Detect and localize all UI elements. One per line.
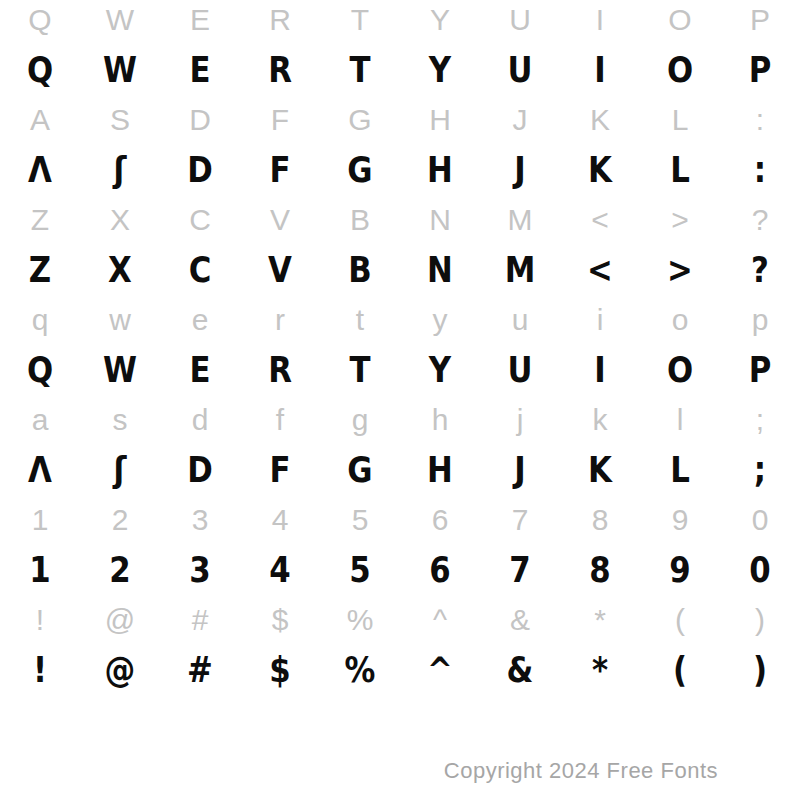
- glyph-cell: C: [160, 205, 240, 235]
- specimen-row-7: !@#$%^&*(): [0, 640, 800, 700]
- glyph-cell: 3: [160, 505, 240, 535]
- glyph-cell: 8: [565, 553, 635, 588]
- glyph-cell: P: [720, 5, 800, 35]
- glyph-cell: M: [485, 253, 555, 288]
- glyph-cell: 6: [400, 505, 480, 535]
- glyph-cell: w: [80, 305, 160, 335]
- glyph-cell: 0: [725, 553, 795, 588]
- glyph-cell: ): [720, 605, 800, 635]
- glyph-cell: S: [80, 105, 160, 135]
- glyph-cell: K: [565, 153, 635, 188]
- glyph-cell: l: [640, 405, 720, 435]
- glyph-cell: T: [325, 53, 395, 88]
- glyph-cell: #: [160, 605, 240, 635]
- glyph-cell: ʃ: [85, 153, 155, 188]
- glyph-cell: O: [640, 5, 720, 35]
- glyph-cell: @: [80, 605, 160, 635]
- glyph-cell: >: [645, 253, 715, 288]
- character-grid: QWERTYUIOPQWERTYUIOPASDFGHJKL:ɅʃDFGHJKL:…: [0, 0, 800, 700]
- glyph-cell: 5: [320, 505, 400, 535]
- copyright-text: Copyright 2024 Free Fonts: [444, 758, 718, 784]
- glyph-cell: o: [640, 305, 720, 335]
- glyph-cell: ?: [720, 205, 800, 235]
- reference-row-2: ASDFGHJKL:: [0, 100, 800, 140]
- glyph-cell: L: [645, 453, 715, 488]
- glyph-cell: P: [725, 53, 795, 88]
- glyph-cell: ): [725, 653, 795, 688]
- glyph-cell: %: [325, 653, 395, 688]
- glyph-cell: 4: [240, 505, 320, 535]
- glyph-cell: h: [400, 405, 480, 435]
- glyph-cell: U: [485, 353, 555, 388]
- glyph-cell: <: [565, 253, 635, 288]
- glyph-cell: R: [245, 353, 315, 388]
- glyph-cell: 7: [480, 505, 560, 535]
- glyph-cell: 0: [720, 505, 800, 535]
- glyph-cell: Ʌ: [5, 453, 75, 488]
- glyph-cell: E: [160, 5, 240, 35]
- glyph-cell: E: [165, 53, 235, 88]
- glyph-cell: Q: [0, 5, 80, 35]
- glyph-cell: 2: [85, 553, 155, 588]
- font-specimen-sheet: QWERTYUIOPQWERTYUIOPASDFGHJKL:ɅʃDFGHJKL:…: [0, 0, 800, 800]
- glyph-cell: !: [5, 653, 75, 688]
- glyph-cell: G: [325, 453, 395, 488]
- specimen-row-6: 1234567890: [0, 540, 800, 600]
- glyph-cell: Q: [5, 53, 75, 88]
- glyph-cell: T: [325, 353, 395, 388]
- glyph-cell: g: [320, 405, 400, 435]
- glyph-cell: :: [720, 105, 800, 135]
- glyph-cell: J: [485, 453, 555, 488]
- glyph-cell: 5: [325, 553, 395, 588]
- glyph-cell: p: [720, 305, 800, 335]
- glyph-cell: $: [240, 605, 320, 635]
- glyph-cell: B: [320, 205, 400, 235]
- glyph-cell: 7: [485, 553, 555, 588]
- glyph-cell: !: [0, 605, 80, 635]
- glyph-cell: W: [80, 5, 160, 35]
- glyph-cell: X: [85, 253, 155, 288]
- glyph-cell: Y: [400, 5, 480, 35]
- glyph-cell: J: [480, 105, 560, 135]
- reference-row-6: 1234567890: [0, 500, 800, 540]
- glyph-cell: E: [165, 353, 235, 388]
- glyph-cell: a: [0, 405, 80, 435]
- glyph-cell: ʃ: [85, 453, 155, 488]
- reference-row-5: asdfghjkl;: [0, 400, 800, 440]
- glyph-cell: u: [480, 305, 560, 335]
- glyph-cell: *: [565, 653, 635, 688]
- glyph-cell: j: [480, 405, 560, 435]
- glyph-cell: L: [645, 153, 715, 188]
- glyph-cell: r: [240, 305, 320, 335]
- glyph-cell: 1: [5, 553, 75, 588]
- glyph-cell: R: [240, 5, 320, 35]
- glyph-cell: %: [320, 605, 400, 635]
- glyph-cell: F: [240, 105, 320, 135]
- glyph-cell: C: [165, 253, 235, 288]
- glyph-cell: G: [320, 105, 400, 135]
- glyph-cell: G: [325, 153, 395, 188]
- glyph-cell: Z: [5, 253, 75, 288]
- glyph-cell: k: [560, 405, 640, 435]
- glyph-cell: P: [725, 353, 795, 388]
- reference-row-4: qwertyuiop: [0, 300, 800, 340]
- glyph-cell: 1: [0, 505, 80, 535]
- glyph-cell: U: [485, 53, 555, 88]
- glyph-cell: H: [405, 453, 475, 488]
- glyph-cell: ;: [725, 453, 795, 488]
- glyph-cell: d: [160, 405, 240, 435]
- glyph-cell: V: [245, 253, 315, 288]
- glyph-cell: D: [160, 105, 240, 135]
- reference-row-1: QWERTYUIOP: [0, 0, 800, 40]
- reference-row-3: ZXCVBNM<>?: [0, 200, 800, 240]
- glyph-cell: e: [160, 305, 240, 335]
- glyph-cell: 9: [640, 505, 720, 535]
- glyph-cell: F: [245, 453, 315, 488]
- glyph-cell: @: [85, 653, 155, 688]
- glyph-cell: L: [640, 105, 720, 135]
- glyph-cell: 3: [165, 553, 235, 588]
- glyph-cell: *: [560, 605, 640, 635]
- glyph-cell: W: [85, 53, 155, 88]
- glyph-cell: T: [320, 5, 400, 35]
- glyph-cell: B: [325, 253, 395, 288]
- glyph-cell: Q: [5, 353, 75, 388]
- glyph-cell: X: [80, 205, 160, 235]
- glyph-cell: J: [485, 153, 555, 188]
- glyph-cell: >: [640, 205, 720, 235]
- glyph-cell: D: [165, 153, 235, 188]
- glyph-cell: #: [165, 653, 235, 688]
- specimen-row-3: ZXCVBNM<>?: [0, 240, 800, 300]
- glyph-cell: M: [480, 205, 560, 235]
- glyph-cell: y: [400, 305, 480, 335]
- specimen-row-1: QWERTYUIOP: [0, 40, 800, 100]
- glyph-cell: N: [405, 253, 475, 288]
- glyph-cell: :: [725, 153, 795, 188]
- glyph-cell: ?: [725, 253, 795, 288]
- glyph-cell: 6: [405, 553, 475, 588]
- glyph-cell: I: [560, 5, 640, 35]
- glyph-cell: Y: [405, 353, 475, 388]
- specimen-row-4: QWERTYUIOP: [0, 340, 800, 400]
- glyph-cell: W: [85, 353, 155, 388]
- glyph-cell: (: [640, 605, 720, 635]
- glyph-cell: Z: [0, 205, 80, 235]
- specimen-row-5: ɅʃDFGHJKL;: [0, 440, 800, 500]
- glyph-cell: F: [245, 153, 315, 188]
- glyph-cell: &: [480, 605, 560, 635]
- glyph-cell: I: [565, 353, 635, 388]
- glyph-cell: V: [240, 205, 320, 235]
- glyph-cell: U: [480, 5, 560, 35]
- glyph-cell: ^: [400, 605, 480, 635]
- glyph-cell: I: [565, 53, 635, 88]
- glyph-cell: ;: [720, 405, 800, 435]
- glyph-cell: t: [320, 305, 400, 335]
- glyph-cell: 2: [80, 505, 160, 535]
- reference-row-7: !@#$%^&*(): [0, 600, 800, 640]
- glyph-cell: 4: [245, 553, 315, 588]
- glyph-cell: i: [560, 305, 640, 335]
- glyph-cell: K: [560, 105, 640, 135]
- glyph-cell: O: [645, 353, 715, 388]
- glyph-cell: O: [645, 53, 715, 88]
- glyph-cell: Y: [405, 53, 475, 88]
- glyph-cell: (: [645, 653, 715, 688]
- glyph-cell: q: [0, 305, 80, 335]
- glyph-cell: &: [485, 653, 555, 688]
- glyph-cell: s: [80, 405, 160, 435]
- glyph-cell: A: [0, 105, 80, 135]
- glyph-cell: $: [245, 653, 315, 688]
- glyph-cell: <: [560, 205, 640, 235]
- specimen-row-2: ɅʃDFGHJKL:: [0, 140, 800, 200]
- glyph-cell: f: [240, 405, 320, 435]
- glyph-cell: D: [165, 453, 235, 488]
- glyph-cell: H: [400, 105, 480, 135]
- glyph-cell: Ʌ: [5, 153, 75, 188]
- glyph-cell: 8: [560, 505, 640, 535]
- glyph-cell: N: [400, 205, 480, 235]
- glyph-cell: R: [245, 53, 315, 88]
- glyph-cell: H: [405, 153, 475, 188]
- glyph-cell: ^: [405, 653, 475, 688]
- glyph-cell: 9: [645, 553, 715, 588]
- glyph-cell: K: [565, 453, 635, 488]
